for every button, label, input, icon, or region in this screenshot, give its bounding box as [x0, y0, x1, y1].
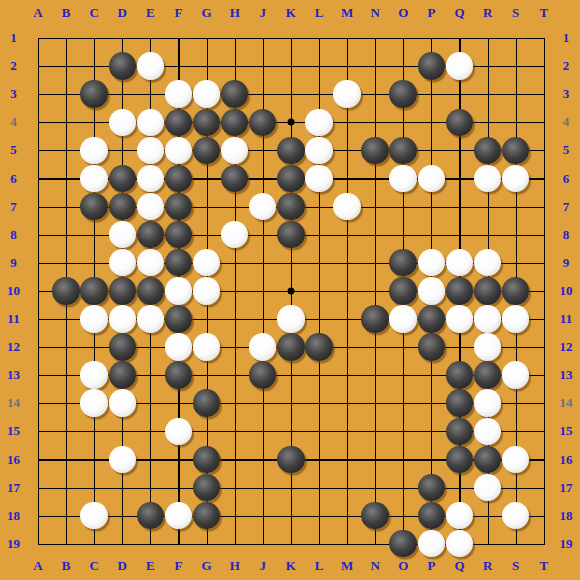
intersection-C6[interactable]: [80, 164, 108, 192]
intersection-A12[interactable]: [24, 333, 52, 361]
intersection-O1[interactable]: [389, 24, 417, 52]
intersection-H2[interactable]: [221, 52, 249, 80]
intersection-D4[interactable]: [108, 108, 136, 136]
intersection-T12[interactable]: [530, 333, 558, 361]
intersection-S8[interactable]: [502, 221, 530, 249]
intersection-S2[interactable]: [502, 52, 530, 80]
intersection-J14[interactable]: [249, 389, 277, 417]
intersection-E10[interactable]: [136, 277, 164, 305]
intersection-E12[interactable]: [136, 333, 164, 361]
intersection-P12[interactable]: [417, 333, 445, 361]
intersection-P1[interactable]: [417, 24, 445, 52]
intersection-H14[interactable]: [221, 389, 249, 417]
intersection-F13[interactable]: [164, 361, 192, 389]
intersection-O16[interactable]: [389, 445, 417, 473]
intersection-N2[interactable]: [361, 52, 389, 80]
intersection-H8[interactable]: [221, 221, 249, 249]
intersection-Q15[interactable]: [445, 417, 473, 445]
intersection-C15[interactable]: [80, 417, 108, 445]
intersection-H13[interactable]: [221, 361, 249, 389]
intersection-Q4[interactable]: [445, 108, 473, 136]
intersection-B3[interactable]: [52, 80, 80, 108]
intersection-P19[interactable]: [417, 530, 445, 558]
intersection-T19[interactable]: [530, 530, 558, 558]
intersection-N19[interactable]: [361, 530, 389, 558]
intersection-R19[interactable]: [473, 530, 501, 558]
intersection-Q2[interactable]: [445, 52, 473, 80]
intersection-Q7[interactable]: [445, 193, 473, 221]
intersection-R16[interactable]: [473, 445, 501, 473]
intersection-P15[interactable]: [417, 417, 445, 445]
intersection-D10[interactable]: [108, 277, 136, 305]
intersection-T18[interactable]: [530, 502, 558, 530]
intersection-A6[interactable]: [24, 164, 52, 192]
intersection-N15[interactable]: [361, 417, 389, 445]
intersection-J7[interactable]: [249, 193, 277, 221]
intersection-N12[interactable]: [361, 333, 389, 361]
intersection-N1[interactable]: [361, 24, 389, 52]
intersection-T5[interactable]: [530, 136, 558, 164]
intersection-J3[interactable]: [249, 80, 277, 108]
intersection-B4[interactable]: [52, 108, 80, 136]
intersection-A19[interactable]: [24, 530, 52, 558]
intersection-O19[interactable]: [389, 530, 417, 558]
intersection-O8[interactable]: [389, 221, 417, 249]
intersection-H16[interactable]: [221, 445, 249, 473]
intersection-S11[interactable]: [502, 305, 530, 333]
intersection-E9[interactable]: [136, 249, 164, 277]
intersection-F3[interactable]: [164, 80, 192, 108]
intersection-M7[interactable]: [333, 193, 361, 221]
intersection-E1[interactable]: [136, 24, 164, 52]
intersection-P13[interactable]: [417, 361, 445, 389]
intersection-G8[interactable]: [193, 221, 221, 249]
intersection-C2[interactable]: [80, 52, 108, 80]
intersection-H6[interactable]: [221, 164, 249, 192]
intersection-H17[interactable]: [221, 473, 249, 501]
intersection-B18[interactable]: [52, 502, 80, 530]
intersection-F6[interactable]: [164, 164, 192, 192]
intersection-R6[interactable]: [473, 164, 501, 192]
intersection-O7[interactable]: [389, 193, 417, 221]
intersection-P10[interactable]: [417, 277, 445, 305]
intersection-G2[interactable]: [193, 52, 221, 80]
intersection-C11[interactable]: [80, 305, 108, 333]
intersection-F15[interactable]: [164, 417, 192, 445]
intersection-A16[interactable]: [24, 445, 52, 473]
intersection-N9[interactable]: [361, 249, 389, 277]
intersection-Q9[interactable]: [445, 249, 473, 277]
intersection-M12[interactable]: [333, 333, 361, 361]
intersection-D9[interactable]: [108, 249, 136, 277]
intersection-L19[interactable]: [305, 530, 333, 558]
intersection-K16[interactable]: [277, 445, 305, 473]
intersection-C13[interactable]: [80, 361, 108, 389]
intersection-T9[interactable]: [530, 249, 558, 277]
intersection-B14[interactable]: [52, 389, 80, 417]
intersection-K10[interactable]: [277, 277, 305, 305]
intersection-A10[interactable]: [24, 277, 52, 305]
intersection-L16[interactable]: [305, 445, 333, 473]
intersection-D7[interactable]: [108, 193, 136, 221]
intersection-P5[interactable]: [417, 136, 445, 164]
intersection-B15[interactable]: [52, 417, 80, 445]
intersection-T6[interactable]: [530, 164, 558, 192]
intersection-O2[interactable]: [389, 52, 417, 80]
intersection-O6[interactable]: [389, 164, 417, 192]
intersection-G4[interactable]: [193, 108, 221, 136]
intersection-R4[interactable]: [473, 108, 501, 136]
intersection-K9[interactable]: [277, 249, 305, 277]
intersection-F16[interactable]: [164, 445, 192, 473]
intersection-K17[interactable]: [277, 473, 305, 501]
intersection-N18[interactable]: [361, 502, 389, 530]
intersection-T15[interactable]: [530, 417, 558, 445]
intersection-R5[interactable]: [473, 136, 501, 164]
intersection-H4[interactable]: [221, 108, 249, 136]
intersection-D12[interactable]: [108, 333, 136, 361]
intersection-P4[interactable]: [417, 108, 445, 136]
intersection-F10[interactable]: [164, 277, 192, 305]
intersection-K11[interactable]: [277, 305, 305, 333]
intersection-F2[interactable]: [164, 52, 192, 80]
intersection-F9[interactable]: [164, 249, 192, 277]
intersection-C9[interactable]: [80, 249, 108, 277]
intersection-M13[interactable]: [333, 361, 361, 389]
intersection-C19[interactable]: [80, 530, 108, 558]
intersection-O12[interactable]: [389, 333, 417, 361]
intersection-L14[interactable]: [305, 389, 333, 417]
intersection-O10[interactable]: [389, 277, 417, 305]
intersection-J16[interactable]: [249, 445, 277, 473]
intersection-F19[interactable]: [164, 530, 192, 558]
intersection-H7[interactable]: [221, 193, 249, 221]
intersection-J8[interactable]: [249, 221, 277, 249]
intersection-T3[interactable]: [530, 80, 558, 108]
intersection-N6[interactable]: [361, 164, 389, 192]
intersection-C5[interactable]: [80, 136, 108, 164]
intersection-O3[interactable]: [389, 80, 417, 108]
intersection-D15[interactable]: [108, 417, 136, 445]
intersection-L13[interactable]: [305, 361, 333, 389]
intersection-M1[interactable]: [333, 24, 361, 52]
intersection-A2[interactable]: [24, 52, 52, 80]
intersection-M14[interactable]: [333, 389, 361, 417]
intersection-L10[interactable]: [305, 277, 333, 305]
intersection-Q14[interactable]: [445, 389, 473, 417]
intersection-J11[interactable]: [249, 305, 277, 333]
intersection-D16[interactable]: [108, 445, 136, 473]
intersection-A7[interactable]: [24, 193, 52, 221]
intersection-A17[interactable]: [24, 473, 52, 501]
intersection-A15[interactable]: [24, 417, 52, 445]
intersection-Q17[interactable]: [445, 473, 473, 501]
intersection-B7[interactable]: [52, 193, 80, 221]
intersection-A11[interactable]: [24, 305, 52, 333]
intersection-F5[interactable]: [164, 136, 192, 164]
intersection-F7[interactable]: [164, 193, 192, 221]
intersection-R10[interactable]: [473, 277, 501, 305]
intersection-D8[interactable]: [108, 221, 136, 249]
intersection-N14[interactable]: [361, 389, 389, 417]
intersection-E7[interactable]: [136, 193, 164, 221]
intersection-K3[interactable]: [277, 80, 305, 108]
intersection-E16[interactable]: [136, 445, 164, 473]
intersection-B17[interactable]: [52, 473, 80, 501]
intersection-R2[interactable]: [473, 52, 501, 80]
intersection-S18[interactable]: [502, 502, 530, 530]
intersection-Q10[interactable]: [445, 277, 473, 305]
intersection-F14[interactable]: [164, 389, 192, 417]
intersection-L1[interactable]: [305, 24, 333, 52]
intersection-E17[interactable]: [136, 473, 164, 501]
intersection-S10[interactable]: [502, 277, 530, 305]
intersection-D3[interactable]: [108, 80, 136, 108]
intersection-C3[interactable]: [80, 80, 108, 108]
intersection-B2[interactable]: [52, 52, 80, 80]
intersection-M3[interactable]: [333, 80, 361, 108]
intersection-S7[interactable]: [502, 193, 530, 221]
intersection-A14[interactable]: [24, 389, 52, 417]
intersection-T10[interactable]: [530, 277, 558, 305]
intersection-G5[interactable]: [193, 136, 221, 164]
intersection-S6[interactable]: [502, 164, 530, 192]
intersection-T4[interactable]: [530, 108, 558, 136]
intersection-R12[interactable]: [473, 333, 501, 361]
intersection-G9[interactable]: [193, 249, 221, 277]
intersection-P14[interactable]: [417, 389, 445, 417]
intersection-H11[interactable]: [221, 305, 249, 333]
intersection-B13[interactable]: [52, 361, 80, 389]
intersection-A3[interactable]: [24, 80, 52, 108]
intersection-G19[interactable]: [193, 530, 221, 558]
intersection-R17[interactable]: [473, 473, 501, 501]
intersection-H12[interactable]: [221, 333, 249, 361]
intersection-K4[interactable]: [277, 108, 305, 136]
intersection-P9[interactable]: [417, 249, 445, 277]
intersection-R7[interactable]: [473, 193, 501, 221]
intersection-S17[interactable]: [502, 473, 530, 501]
intersection-G14[interactable]: [193, 389, 221, 417]
intersection-P7[interactable]: [417, 193, 445, 221]
intersection-K15[interactable]: [277, 417, 305, 445]
intersection-K2[interactable]: [277, 52, 305, 80]
intersection-B8[interactable]: [52, 221, 80, 249]
intersection-S3[interactable]: [502, 80, 530, 108]
intersection-P17[interactable]: [417, 473, 445, 501]
intersection-A13[interactable]: [24, 361, 52, 389]
intersection-A8[interactable]: [24, 221, 52, 249]
intersection-L3[interactable]: [305, 80, 333, 108]
intersection-J12[interactable]: [249, 333, 277, 361]
intersection-T17[interactable]: [530, 473, 558, 501]
intersection-S4[interactable]: [502, 108, 530, 136]
intersection-F12[interactable]: [164, 333, 192, 361]
intersection-D5[interactable]: [108, 136, 136, 164]
intersection-Q8[interactable]: [445, 221, 473, 249]
intersection-H9[interactable]: [221, 249, 249, 277]
intersection-N11[interactable]: [361, 305, 389, 333]
intersection-T16[interactable]: [530, 445, 558, 473]
intersection-D19[interactable]: [108, 530, 136, 558]
intersection-K14[interactable]: [277, 389, 305, 417]
intersection-G6[interactable]: [193, 164, 221, 192]
intersection-M8[interactable]: [333, 221, 361, 249]
intersection-G1[interactable]: [193, 24, 221, 52]
intersection-R3[interactable]: [473, 80, 501, 108]
intersection-Q3[interactable]: [445, 80, 473, 108]
intersection-L17[interactable]: [305, 473, 333, 501]
intersection-D17[interactable]: [108, 473, 136, 501]
intersection-T7[interactable]: [530, 193, 558, 221]
intersection-F1[interactable]: [164, 24, 192, 52]
intersection-D1[interactable]: [108, 24, 136, 52]
intersection-Q18[interactable]: [445, 502, 473, 530]
intersection-L5[interactable]: [305, 136, 333, 164]
intersection-G12[interactable]: [193, 333, 221, 361]
intersection-K18[interactable]: [277, 502, 305, 530]
intersection-B10[interactable]: [52, 277, 80, 305]
intersection-E14[interactable]: [136, 389, 164, 417]
intersection-J4[interactable]: [249, 108, 277, 136]
intersection-L8[interactable]: [305, 221, 333, 249]
intersection-O11[interactable]: [389, 305, 417, 333]
intersection-G18[interactable]: [193, 502, 221, 530]
intersection-G11[interactable]: [193, 305, 221, 333]
intersection-G13[interactable]: [193, 361, 221, 389]
intersection-C7[interactable]: [80, 193, 108, 221]
intersection-B1[interactable]: [52, 24, 80, 52]
intersection-M11[interactable]: [333, 305, 361, 333]
intersection-K19[interactable]: [277, 530, 305, 558]
intersection-L11[interactable]: [305, 305, 333, 333]
intersection-E2[interactable]: [136, 52, 164, 80]
intersection-R15[interactable]: [473, 417, 501, 445]
intersection-H15[interactable]: [221, 417, 249, 445]
intersection-T2[interactable]: [530, 52, 558, 80]
intersection-S5[interactable]: [502, 136, 530, 164]
intersection-B9[interactable]: [52, 249, 80, 277]
intersection-C17[interactable]: [80, 473, 108, 501]
intersection-G7[interactable]: [193, 193, 221, 221]
intersection-O4[interactable]: [389, 108, 417, 136]
intersection-T1[interactable]: [530, 24, 558, 52]
intersection-Q11[interactable]: [445, 305, 473, 333]
intersection-C14[interactable]: [80, 389, 108, 417]
intersection-N16[interactable]: [361, 445, 389, 473]
intersection-J1[interactable]: [249, 24, 277, 52]
intersection-T8[interactable]: [530, 221, 558, 249]
intersection-N10[interactable]: [361, 277, 389, 305]
intersection-L12[interactable]: [305, 333, 333, 361]
intersection-R1[interactable]: [473, 24, 501, 52]
intersection-M19[interactable]: [333, 530, 361, 558]
intersection-C1[interactable]: [80, 24, 108, 52]
intersection-P11[interactable]: [417, 305, 445, 333]
intersection-D2[interactable]: [108, 52, 136, 80]
intersection-F8[interactable]: [164, 221, 192, 249]
intersection-Q16[interactable]: [445, 445, 473, 473]
intersection-R14[interactable]: [473, 389, 501, 417]
intersection-N8[interactable]: [361, 221, 389, 249]
intersection-R8[interactable]: [473, 221, 501, 249]
intersection-S12[interactable]: [502, 333, 530, 361]
intersection-L2[interactable]: [305, 52, 333, 80]
intersection-K8[interactable]: [277, 221, 305, 249]
intersection-D11[interactable]: [108, 305, 136, 333]
intersection-M18[interactable]: [333, 502, 361, 530]
intersection-P2[interactable]: [417, 52, 445, 80]
intersection-D6[interactable]: [108, 164, 136, 192]
intersection-F4[interactable]: [164, 108, 192, 136]
intersection-J5[interactable]: [249, 136, 277, 164]
intersection-L7[interactable]: [305, 193, 333, 221]
intersection-C4[interactable]: [80, 108, 108, 136]
intersection-K5[interactable]: [277, 136, 305, 164]
intersection-A4[interactable]: [24, 108, 52, 136]
intersection-K6[interactable]: [277, 164, 305, 192]
intersection-S9[interactable]: [502, 249, 530, 277]
intersection-K1[interactable]: [277, 24, 305, 52]
intersection-F18[interactable]: [164, 502, 192, 530]
intersection-H10[interactable]: [221, 277, 249, 305]
intersection-D14[interactable]: [108, 389, 136, 417]
intersection-R11[interactable]: [473, 305, 501, 333]
intersection-J13[interactable]: [249, 361, 277, 389]
intersection-S14[interactable]: [502, 389, 530, 417]
intersection-B16[interactable]: [52, 445, 80, 473]
intersection-E4[interactable]: [136, 108, 164, 136]
intersection-E15[interactable]: [136, 417, 164, 445]
intersection-Q1[interactable]: [445, 24, 473, 52]
intersection-N17[interactable]: [361, 473, 389, 501]
intersection-N13[interactable]: [361, 361, 389, 389]
intersection-K13[interactable]: [277, 361, 305, 389]
intersection-Q13[interactable]: [445, 361, 473, 389]
intersection-J19[interactable]: [249, 530, 277, 558]
intersection-B5[interactable]: [52, 136, 80, 164]
intersection-P3[interactable]: [417, 80, 445, 108]
intersection-N3[interactable]: [361, 80, 389, 108]
intersection-T13[interactable]: [530, 361, 558, 389]
intersection-Q19[interactable]: [445, 530, 473, 558]
intersection-J6[interactable]: [249, 164, 277, 192]
intersection-H1[interactable]: [221, 24, 249, 52]
intersection-E18[interactable]: [136, 502, 164, 530]
intersection-P8[interactable]: [417, 221, 445, 249]
intersection-J18[interactable]: [249, 502, 277, 530]
intersection-A5[interactable]: [24, 136, 52, 164]
intersection-N4[interactable]: [361, 108, 389, 136]
intersection-A1[interactable]: [24, 24, 52, 52]
intersection-E13[interactable]: [136, 361, 164, 389]
intersection-N5[interactable]: [361, 136, 389, 164]
intersection-S19[interactable]: [502, 530, 530, 558]
intersection-N7[interactable]: [361, 193, 389, 221]
intersection-S15[interactable]: [502, 417, 530, 445]
intersection-L9[interactable]: [305, 249, 333, 277]
intersection-Q12[interactable]: [445, 333, 473, 361]
intersection-M2[interactable]: [333, 52, 361, 80]
intersection-R18[interactable]: [473, 502, 501, 530]
intersection-G16[interactable]: [193, 445, 221, 473]
intersection-O17[interactable]: [389, 473, 417, 501]
intersection-J2[interactable]: [249, 52, 277, 80]
intersection-O5[interactable]: [389, 136, 417, 164]
intersection-E5[interactable]: [136, 136, 164, 164]
intersection-C16[interactable]: [80, 445, 108, 473]
intersection-B12[interactable]: [52, 333, 80, 361]
